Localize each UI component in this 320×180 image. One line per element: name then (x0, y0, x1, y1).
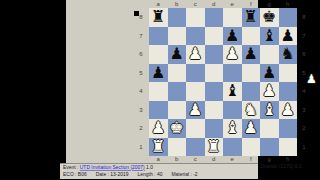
square-e3 (223, 101, 242, 120)
square-e8 (223, 8, 242, 27)
square-e6: ♟ (223, 45, 242, 64)
coord-label-h: h (279, 1, 298, 7)
black-bishop: ♝ (225, 82, 239, 101)
square-f7 (242, 27, 261, 46)
square-d4 (205, 82, 224, 101)
square-a7 (149, 27, 168, 46)
square-h3: ♟ (279, 101, 298, 120)
square-b6: ♟ (168, 45, 187, 64)
length-label: Length : (138, 172, 156, 178)
square-a6 (149, 45, 168, 64)
square-g2 (260, 119, 279, 138)
square-d7 (205, 27, 224, 46)
square-d1: ♜ (205, 138, 224, 157)
material-value: -2 (193, 172, 197, 178)
square-d2 (205, 119, 224, 138)
coord-label-b: b (168, 1, 187, 7)
coord-label-2: 2 (298, 119, 310, 138)
square-d5 (205, 64, 224, 83)
white-pawn: ♟ (151, 119, 165, 138)
length-value: 40 (157, 172, 163, 178)
square-b3 (168, 101, 187, 120)
square-g8: ♚ (260, 8, 279, 27)
status-bar: Event : UTD Invitation Section (2007) 1.… (60, 163, 258, 179)
square-g7: ♝ (260, 27, 279, 46)
square-d8 (205, 8, 224, 27)
square-g5: ♟ (260, 64, 279, 83)
square-c4 (186, 82, 205, 101)
white-pawn: ♟ (188, 45, 202, 64)
status-line-details: ECO : B06 Date : 13-2019 Length : 40 Mat… (63, 172, 198, 178)
square-e2: ♝ (223, 119, 242, 138)
black-pawn: ♟ (244, 45, 258, 64)
square-c7 (186, 27, 205, 46)
eco-value: B06 (78, 172, 87, 178)
square-f4 (242, 82, 261, 101)
square-a5: ♟ (149, 64, 168, 83)
square-a8: ♜ (149, 8, 168, 27)
black-knight: ♞ (281, 45, 295, 64)
white-king: ♚ (170, 119, 184, 138)
coord-label-1: 1 (298, 138, 310, 157)
coord-label-5: 5 (135, 64, 147, 83)
status-line-event: Event : UTD Invitation Section (2007) 1.… (63, 165, 153, 171)
black-pawn: ♟ (281, 27, 295, 46)
coord-label-8: 8 (298, 8, 310, 27)
square-h4 (279, 82, 298, 101)
white-knight: ♞ (244, 101, 258, 120)
date-label: Date : (96, 172, 109, 178)
event-link[interactable]: UTD Invitation Section (2007) (80, 165, 145, 171)
square-b1 (168, 138, 187, 157)
coord-label-3: 3 (298, 101, 310, 120)
black-pawn: ♟ (151, 64, 165, 83)
square-b4 (168, 82, 187, 101)
black-pawn: ♟ (262, 64, 276, 83)
square-c1 (186, 138, 205, 157)
square-a4 (149, 82, 168, 101)
black-pawn: ♟ (170, 45, 184, 64)
square-a3 (149, 101, 168, 120)
square-e4: ♝ (223, 82, 242, 101)
coord-label-6: 6 (135, 45, 147, 64)
coord-label-1: 1 (135, 138, 147, 157)
square-h5 (279, 64, 298, 83)
black-rook: ♜ (244, 8, 258, 27)
square-c5 (186, 64, 205, 83)
black-to-move-indicator (134, 11, 139, 16)
white-pawn: ♟ (262, 82, 276, 101)
board: ♜♜♚♟♝♟♟♟♟♟♞♟♟♝♟♟♞♝♟♟♚♝♟♜♜ (149, 8, 297, 156)
square-c8 (186, 8, 205, 27)
square-h6: ♞ (279, 45, 298, 64)
square-e1 (223, 138, 242, 157)
coord-label-3: 3 (135, 101, 147, 120)
square-b2: ♚ (168, 119, 187, 138)
square-f6: ♟ (242, 45, 261, 64)
square-f1 (242, 138, 261, 157)
material-label: Material : (171, 172, 191, 178)
square-f3: ♞ (242, 101, 261, 120)
white-pawn: ♟ (225, 45, 239, 64)
square-h8 (279, 8, 298, 27)
date-value: 13-2019 (110, 172, 128, 178)
square-g6 (260, 45, 279, 64)
black-bishop: ♝ (262, 27, 276, 46)
coord-label-2: 2 (135, 119, 147, 138)
square-h1 (279, 138, 298, 157)
coord-label-4: 4 (135, 82, 147, 101)
square-f5 (242, 64, 261, 83)
coord-label-7: 7 (298, 27, 310, 46)
square-a2: ♟ (149, 119, 168, 138)
square-g4: ♟ (260, 82, 279, 101)
square-f2: ♟ (242, 119, 261, 138)
material-white-pawn-icon: ♟ (306, 72, 317, 86)
square-b8 (168, 8, 187, 27)
square-e5 (223, 64, 242, 83)
square-c2 (186, 119, 205, 138)
white-pawn: ♟ (281, 101, 295, 120)
square-e7: ♟ (223, 27, 242, 46)
square-a1: ♜ (149, 138, 168, 157)
video-frame: abcdefgh abcdefgh 87654321 87654321 ♜♜♚♟… (0, 0, 320, 180)
white-pawn: ♟ (188, 101, 202, 120)
coord-label-e: e (223, 1, 242, 7)
black-rook: ♜ (151, 8, 165, 27)
square-d3 (205, 101, 224, 120)
square-f8: ♜ (242, 8, 261, 27)
white-pawn: ♟ (244, 119, 258, 138)
white-bishop: ♝ (262, 101, 276, 120)
white-bishop: ♝ (225, 119, 239, 138)
event-suffix: 1.0 (146, 165, 153, 171)
chess-viewer-panel: abcdefgh abcdefgh 87654321 87654321 ♜♜♚♟… (66, 0, 258, 178)
square-b5 (168, 64, 187, 83)
coord-label-c: c (186, 1, 205, 7)
coord-label-7: 7 (135, 27, 147, 46)
black-king: ♚ (262, 8, 276, 27)
square-g3: ♝ (260, 101, 279, 120)
event-label: Event : (63, 165, 78, 171)
square-h2 (279, 119, 298, 138)
square-c3: ♟ (186, 101, 205, 120)
coord-label-d: d (205, 1, 224, 7)
white-rook: ♜ (207, 138, 221, 157)
black-pawn: ♟ (225, 27, 239, 46)
rank-labels-left: 87654321 (135, 8, 147, 156)
eco-label: ECO : (63, 172, 76, 178)
square-d6 (205, 45, 224, 64)
square-h7: ♟ (279, 27, 298, 46)
white-rook: ♜ (151, 138, 165, 157)
square-c6: ♟ (186, 45, 205, 64)
coord-label-6: 6 (298, 45, 310, 64)
square-b7 (168, 27, 187, 46)
square-g1 (260, 138, 279, 157)
